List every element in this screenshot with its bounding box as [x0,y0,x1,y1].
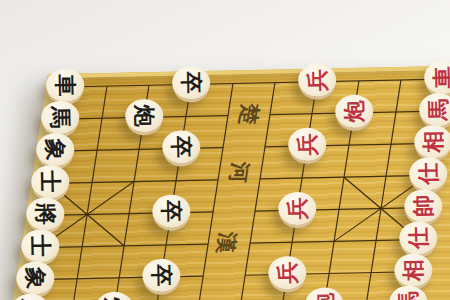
xiangqi-piece-red-soldier[interactable]: 兵 [288,127,327,161]
piece-character: 炮 [308,285,342,300]
river-inscription: 楚 河 漢 界 [14,0,450,1]
xiangqi-piece-black-cannon[interactable]: 炮 [95,291,134,300]
xiangqi-piece-red-general[interactable]: 帥 [404,189,443,223]
xiangqi-piece-black-soldier[interactable]: 卒 [162,130,201,164]
xiangqi-piece-red-horse[interactable]: 馬 [419,93,450,127]
xiangqi-piece-red-cannon[interactable]: 炮 [335,94,374,128]
xiangqi-piece-red-elephant[interactable]: 相 [414,125,450,159]
piece-character: 兵 [270,253,304,292]
xiangqi-piece-red-cannon[interactable]: 炮 [305,287,344,300]
piece-character: 卒 [154,192,188,231]
xiangqi-piece-black-general[interactable]: 將 [26,197,65,231]
piece-character: 兵 [300,61,334,100]
xiangqi-piece-black-advisor[interactable]: 士 [31,165,70,199]
river-text-char: 河 [224,162,255,184]
xiangqi-piece-black-advisor[interactable]: 士 [21,229,60,263]
xiangqi-piece-black-soldier[interactable]: 卒 [172,66,211,100]
piece-character: 卒 [164,128,198,167]
xiangqi-piece-black-soldier[interactable]: 卒 [152,194,191,228]
xiangqi-piece-red-advisor[interactable]: 仕 [399,221,438,255]
xiangqi-piece-red-soldier[interactable]: 兵 [278,192,317,226]
piece-character: 炮 [337,92,371,131]
xiangqi-piece-red-soldier[interactable]: 兵 [298,63,337,97]
xiangqi-piece-red-elephant[interactable]: 相 [394,253,433,287]
xiangqi-piece-black-cannon[interactable]: 炮 [125,99,164,133]
xiangqi-piece-red-chariot[interactable]: 車 [424,61,450,95]
river-text-char: 漢 [211,232,242,254]
xiangqi-piece-black-horse[interactable]: 馬 [11,293,50,300]
piece-character: 卒 [174,63,208,102]
xiangqi-piece-black-horse[interactable]: 馬 [41,101,80,135]
pieces-layer: 車馬象士將士象馬車炮炮卒卒卒卒卒兵兵兵兵兵炮炮車馬相仕帥仕相馬車 [14,0,450,1]
xiangqi-piece-black-elephant[interactable]: 象 [16,261,55,295]
piece-character: 卒 [145,256,179,295]
piece-character: 炮 [127,96,161,135]
xiangqi-piece-red-advisor[interactable]: 仕 [409,157,448,191]
piece-character: 馬 [14,291,48,300]
xiangqi-piece-red-soldier[interactable]: 兵 [268,256,307,290]
piece-character: 兵 [290,125,324,164]
piece-character: 炮 [98,289,132,300]
xiangqi-piece-black-elephant[interactable]: 象 [36,133,75,167]
river-text-char: 楚 [234,103,265,125]
xiangqi-board: 楚 河 漢 界 車馬象士將士象馬車炮炮卒卒卒卒卒兵兵兵兵兵炮炮車馬相仕帥仕相馬車 [0,0,450,300]
piece-character: 兵 [280,189,314,228]
photo-frame: 楚 河 漢 界 車馬象士將士象馬車炮炮卒卒卒卒卒兵兵兵兵兵炮炮車馬相仕帥仕相馬車 [0,0,450,300]
xiangqi-piece-black-soldier[interactable]: 卒 [142,258,181,292]
xiangqi-piece-black-chariot[interactable]: 車 [46,68,85,102]
xiangqi-piece-red-horse[interactable]: 馬 [389,285,428,300]
piece-character: 馬 [391,283,425,300]
